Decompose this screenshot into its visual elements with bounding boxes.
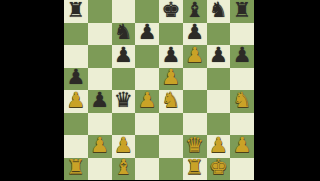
black-rook-piece[interactable]: ♜ bbox=[233, 0, 252, 21]
white-pawn-piece[interactable]: ♟ bbox=[138, 90, 157, 111]
square-a2[interactable] bbox=[64, 135, 88, 158]
square-g7[interactable] bbox=[207, 23, 231, 46]
square-h6[interactable]: ♟ bbox=[230, 45, 254, 68]
white-knight-piece[interactable]: ♞ bbox=[233, 90, 252, 111]
square-a3[interactable] bbox=[64, 113, 88, 136]
white-rook-piece[interactable]: ♜ bbox=[185, 158, 204, 179]
square-f8[interactable]: ♝ bbox=[183, 0, 207, 23]
square-e3[interactable] bbox=[159, 113, 183, 136]
square-h5[interactable] bbox=[230, 68, 254, 91]
white-pawn-piece[interactable]: ♟ bbox=[185, 45, 204, 66]
square-e6[interactable]: ♟ bbox=[159, 45, 183, 68]
square-h1[interactable] bbox=[230, 158, 254, 181]
white-rook-piece[interactable]: ♜ bbox=[66, 158, 85, 179]
square-g1[interactable]: ♚ bbox=[207, 158, 231, 181]
square-e1[interactable] bbox=[159, 158, 183, 181]
white-pawn-piece[interactable]: ♟ bbox=[66, 90, 85, 111]
square-b8[interactable] bbox=[88, 0, 112, 23]
square-d7[interactable]: ♟ bbox=[135, 23, 159, 46]
square-a5[interactable]: ♟ bbox=[64, 68, 88, 91]
chess-board[interactable]: ♜♚♝♞♜♞♟♟♟♟♟♟♟♟♟♟♟♛♟♞♞♟♟♛♟♟♜♝♜♚ bbox=[64, 0, 254, 180]
square-a4[interactable]: ♟ bbox=[64, 90, 88, 113]
square-d5[interactable] bbox=[135, 68, 159, 91]
square-b5[interactable] bbox=[88, 68, 112, 91]
black-pawn-piece[interactable]: ♟ bbox=[233, 45, 252, 66]
white-pawn-piece[interactable]: ♟ bbox=[161, 68, 180, 89]
square-e4[interactable]: ♞ bbox=[159, 90, 183, 113]
square-f4[interactable] bbox=[183, 90, 207, 113]
square-b3[interactable] bbox=[88, 113, 112, 136]
square-g5[interactable] bbox=[207, 68, 231, 91]
square-f5[interactable] bbox=[183, 68, 207, 91]
black-pawn-piece[interactable]: ♟ bbox=[138, 23, 157, 44]
square-a7[interactable] bbox=[64, 23, 88, 46]
square-g4[interactable] bbox=[207, 90, 231, 113]
square-a8[interactable]: ♜ bbox=[64, 0, 88, 23]
square-b1[interactable] bbox=[88, 158, 112, 181]
square-a6[interactable] bbox=[64, 45, 88, 68]
square-e7[interactable] bbox=[159, 23, 183, 46]
black-queen-piece[interactable]: ♛ bbox=[114, 90, 133, 111]
black-knight-piece[interactable]: ♞ bbox=[114, 23, 133, 44]
square-a1[interactable]: ♜ bbox=[64, 158, 88, 181]
left-black-bar bbox=[0, 0, 64, 180]
square-h7[interactable] bbox=[230, 23, 254, 46]
square-h4[interactable]: ♞ bbox=[230, 90, 254, 113]
square-c7[interactable]: ♞ bbox=[112, 23, 136, 46]
square-f1[interactable]: ♜ bbox=[183, 158, 207, 181]
square-b7[interactable] bbox=[88, 23, 112, 46]
square-c8[interactable] bbox=[112, 0, 136, 23]
white-pawn-piece[interactable]: ♟ bbox=[90, 135, 109, 156]
right-black-bar bbox=[254, 0, 320, 180]
square-h3[interactable] bbox=[230, 113, 254, 136]
square-e2[interactable] bbox=[159, 135, 183, 158]
white-pawn-piece[interactable]: ♟ bbox=[209, 135, 228, 156]
square-d1[interactable] bbox=[135, 158, 159, 181]
white-queen-piece[interactable]: ♛ bbox=[185, 135, 204, 156]
square-d6[interactable] bbox=[135, 45, 159, 68]
black-knight-piece[interactable]: ♞ bbox=[209, 0, 228, 21]
black-king-piece[interactable]: ♚ bbox=[161, 0, 180, 21]
square-c6[interactable]: ♟ bbox=[112, 45, 136, 68]
square-b2[interactable]: ♟ bbox=[88, 135, 112, 158]
square-d3[interactable] bbox=[135, 113, 159, 136]
square-d2[interactable] bbox=[135, 135, 159, 158]
square-d4[interactable]: ♟ bbox=[135, 90, 159, 113]
white-bishop-piece[interactable]: ♝ bbox=[114, 158, 133, 179]
square-g8[interactable]: ♞ bbox=[207, 0, 231, 23]
square-e5[interactable]: ♟ bbox=[159, 68, 183, 91]
square-c4[interactable]: ♛ bbox=[112, 90, 136, 113]
black-pawn-piece[interactable]: ♟ bbox=[161, 45, 180, 66]
square-h2[interactable]: ♟ bbox=[230, 135, 254, 158]
square-c1[interactable]: ♝ bbox=[112, 158, 136, 181]
square-b6[interactable] bbox=[88, 45, 112, 68]
black-bishop-piece[interactable]: ♝ bbox=[185, 0, 204, 21]
square-f6[interactable]: ♟ bbox=[183, 45, 207, 68]
square-c2[interactable]: ♟ bbox=[112, 135, 136, 158]
black-rook-piece[interactable]: ♜ bbox=[66, 0, 85, 21]
square-g6[interactable]: ♟ bbox=[207, 45, 231, 68]
square-h8[interactable]: ♜ bbox=[230, 0, 254, 23]
black-pawn-piece[interactable]: ♟ bbox=[209, 45, 228, 66]
black-pawn-piece[interactable]: ♟ bbox=[90, 90, 109, 111]
square-c5[interactable] bbox=[112, 68, 136, 91]
square-e8[interactable]: ♚ bbox=[159, 0, 183, 23]
black-pawn-piece[interactable]: ♟ bbox=[114, 45, 133, 66]
black-pawn-piece[interactable]: ♟ bbox=[185, 23, 204, 44]
square-f3[interactable] bbox=[183, 113, 207, 136]
square-g2[interactable]: ♟ bbox=[207, 135, 231, 158]
video-frame: ♜♚♝♞♜♞♟♟♟♟♟♟♟♟♟♟♟♛♟♞♞♟♟♛♟♟♜♝♜♚ bbox=[0, 0, 320, 180]
square-g3[interactable] bbox=[207, 113, 231, 136]
white-pawn-piece[interactable]: ♟ bbox=[114, 135, 133, 156]
white-king-piece[interactable]: ♚ bbox=[209, 158, 228, 179]
white-knight-piece[interactable]: ♞ bbox=[161, 90, 180, 111]
black-pawn-piece[interactable]: ♟ bbox=[66, 68, 85, 89]
white-pawn-piece[interactable]: ♟ bbox=[233, 135, 252, 156]
square-f2[interactable]: ♛ bbox=[183, 135, 207, 158]
square-b4[interactable]: ♟ bbox=[88, 90, 112, 113]
square-f7[interactable]: ♟ bbox=[183, 23, 207, 46]
square-d8[interactable] bbox=[135, 0, 159, 23]
square-c3[interactable] bbox=[112, 113, 136, 136]
